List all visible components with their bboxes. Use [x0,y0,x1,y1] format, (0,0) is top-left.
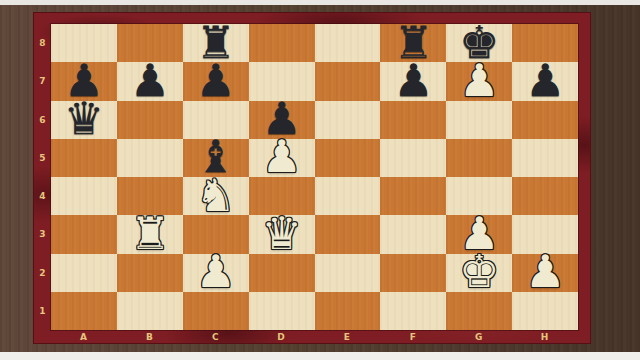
top-letterbox-strip [0,0,640,5]
square-f1[interactable] [380,292,446,330]
rank-label-7: 7 [34,62,51,100]
square-c4[interactable]: ♞ [183,177,249,215]
square-e5[interactable] [315,139,381,177]
black-pawn-b7: ♟ [130,58,170,103]
black-pawn-h7: ♟ [525,58,565,103]
square-f7[interactable]: ♟ [380,62,446,100]
square-f5[interactable] [380,139,446,177]
black-pawn-f7: ♟ [393,58,433,103]
square-h2[interactable]: ♟ [512,254,578,292]
square-a4[interactable] [51,177,117,215]
file-label-g: G [446,330,512,345]
white-pawn-h2: ♟ [525,249,565,294]
square-c7[interactable]: ♟ [183,62,249,100]
rank-label-3: 3 [34,215,51,253]
white-knight-c4: ♞ [196,173,236,218]
square-d3[interactable]: ♛ [249,215,315,253]
rank-label-6: 6 [34,101,51,139]
black-queen-a6: ♛ [64,96,104,141]
rank-label-2: 2 [34,254,51,292]
bottom-letterbox-strip [0,352,640,360]
square-f3[interactable] [380,215,446,253]
square-e1[interactable] [315,292,381,330]
rank-label-4: 4 [34,177,51,215]
chess-board: ♜♜♚♟♟♟♟♟♟♛♟♝♟♞♜♛♟♟♚♟ [51,24,578,330]
file-label-d: D [249,330,315,345]
white-queen-d3: ♛ [261,211,301,256]
chess-app-window: ♜♜♚♟♟♟♟♟♟♛♟♝♟♞♜♛♟♟♚♟ 87654321 ABCDEFGH [0,0,640,360]
board-frame: ♜♜♚♟♟♟♟♟♟♛♟♝♟♞♜♛♟♟♚♟ 87654321 ABCDEFGH [33,12,591,344]
square-e4[interactable] [315,177,381,215]
square-d8[interactable] [249,24,315,62]
file-label-c: C [183,330,249,345]
file-label-e: E [315,330,381,345]
white-pawn-c2: ♟ [196,249,236,294]
square-g5[interactable] [446,139,512,177]
square-h7[interactable]: ♟ [512,62,578,100]
square-b3[interactable]: ♜ [117,215,183,253]
square-f4[interactable] [380,177,446,215]
white-pawn-d5: ♟ [261,134,301,179]
square-e8[interactable] [315,24,381,62]
rank-label-1: 1 [34,292,51,330]
square-g2[interactable]: ♚ [446,254,512,292]
square-e3[interactable] [315,215,381,253]
file-label-h: H [512,330,578,345]
square-g7[interactable]: ♟ [446,62,512,100]
square-e2[interactable] [315,254,381,292]
square-h5[interactable] [512,139,578,177]
square-e7[interactable] [315,62,381,100]
square-h4[interactable] [512,177,578,215]
square-d1[interactable] [249,292,315,330]
white-rook-b3: ♜ [130,211,170,256]
square-e6[interactable] [315,101,381,139]
square-c2[interactable]: ♟ [183,254,249,292]
square-a1[interactable] [51,292,117,330]
square-a6[interactable]: ♛ [51,101,117,139]
white-king-g2: ♚ [459,249,499,294]
square-a2[interactable] [51,254,117,292]
square-a3[interactable] [51,215,117,253]
file-label-f: F [380,330,446,345]
rank-label-5: 5 [34,139,51,177]
file-label-a: A [51,330,117,345]
rank-label-8: 8 [34,24,51,62]
square-b5[interactable] [117,139,183,177]
square-d5[interactable]: ♟ [249,139,315,177]
black-pawn-c7: ♟ [196,58,236,103]
square-f2[interactable] [380,254,446,292]
square-b7[interactable]: ♟ [117,62,183,100]
square-b1[interactable] [117,292,183,330]
white-pawn-g7: ♟ [459,58,499,103]
file-label-b: B [117,330,183,345]
